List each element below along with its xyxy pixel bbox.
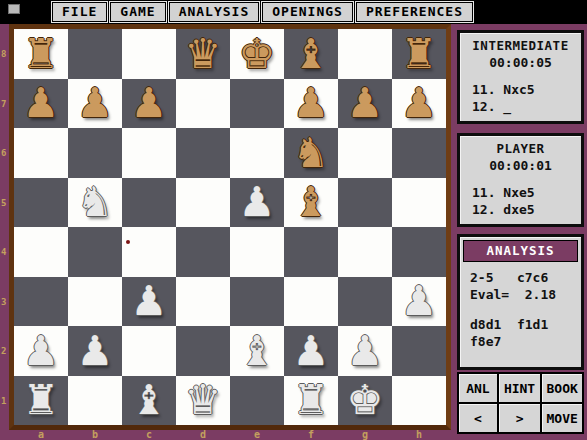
square-e4[interactable]	[230, 227, 284, 277]
rank-label-8: 8	[1, 49, 9, 59]
square-f4[interactable]	[284, 227, 338, 277]
square-a6[interactable]	[14, 128, 68, 178]
square-e1[interactable]	[230, 376, 284, 426]
analysis-line-1: Eval= 2.18	[470, 286, 581, 303]
hint-button[interactable]: HINT	[499, 374, 541, 402]
black-king-piece: ♚	[230, 29, 284, 79]
square-b3[interactable]	[68, 277, 122, 327]
file-label-e: e	[252, 429, 262, 440]
square-d8[interactable]: ♛	[176, 29, 230, 79]
rank-label-1: 1	[1, 396, 9, 406]
square-c3[interactable]: ♟	[122, 277, 176, 327]
board-frame: ♜♛♚♝♜♟♟♟♟♟♟♞♞♟♝♟♟♟♟♝♟♟♜♝♛♜♚	[9, 24, 451, 430]
black-bishop-piece: ♝	[284, 29, 338, 79]
white-pawn-piece: ♟	[230, 178, 284, 228]
player-move-0: 11. Nxe5	[472, 184, 581, 201]
player-move-1: 12. dxe5	[472, 201, 581, 218]
white-pawn-piece: ♟	[68, 326, 122, 376]
chess-board: ♜♛♚♝♜♟♟♟♟♟♟♞♞♟♝♟♟♟♟♝♟♟♜♝♛♜♚	[14, 29, 446, 425]
opponent-clock-panel: INTERMEDIATE 00:00:05 11. Nxc512. _	[457, 30, 584, 124]
square-h1[interactable]	[392, 376, 446, 426]
window-control-icon[interactable]	[8, 4, 20, 14]
next-move-button[interactable]: >	[499, 404, 541, 432]
square-e6[interactable]	[230, 128, 284, 178]
square-b4[interactable]	[68, 227, 122, 277]
square-f8[interactable]: ♝	[284, 29, 338, 79]
player-clock: 00:00:01	[460, 158, 581, 173]
black-pawn-piece: ♟	[14, 79, 68, 129]
square-c2[interactable]	[122, 326, 176, 376]
white-bishop-piece: ♝	[230, 326, 284, 376]
white-rook-piece: ♜	[14, 376, 68, 426]
opponent-move-1: 12. _	[472, 98, 581, 115]
white-pawn-piece: ♟	[284, 326, 338, 376]
square-a7[interactable]: ♟	[14, 79, 68, 129]
square-f5[interactable]: ♝	[284, 178, 338, 228]
analysis-line-0: 2-5 c7c6	[470, 269, 581, 286]
white-bishop-piece: ♝	[122, 376, 176, 426]
black-queen-piece: ♛	[176, 29, 230, 79]
square-d6[interactable]	[176, 128, 230, 178]
book-button[interactable]: BOOK	[542, 374, 582, 402]
black-pawn-piece: ♟	[122, 79, 176, 129]
analysis-panel: ANALYSIS 2-5 c7c6Eval= 2.18d8d1 f1d1f8e7	[457, 234, 584, 370]
analysis-lines: 2-5 c7c6Eval= 2.18d8d1 f1d1f8e7	[460, 262, 581, 350]
square-b7[interactable]: ♟	[68, 79, 122, 129]
square-a5[interactable]	[14, 178, 68, 228]
white-pawn-piece: ♟	[392, 277, 446, 327]
rank-label-7: 7	[1, 99, 9, 109]
square-c8[interactable]	[122, 29, 176, 79]
square-g8[interactable]	[338, 29, 392, 79]
black-bishop-piece: ♝	[284, 178, 338, 228]
move-button[interactable]: MOVE	[542, 404, 582, 432]
square-b5[interactable]: ♞	[68, 178, 122, 228]
square-d1[interactable]: ♛	[176, 376, 230, 426]
square-e2[interactable]: ♝	[230, 326, 284, 376]
square-h8[interactable]: ♜	[392, 29, 446, 79]
white-pawn-piece: ♟	[338, 326, 392, 376]
menu-item-file[interactable]: FILE	[52, 2, 107, 22]
black-rook-piece: ♜	[14, 29, 68, 79]
square-b6[interactable]	[68, 128, 122, 178]
square-h2[interactable]	[392, 326, 446, 376]
square-g7[interactable]: ♟	[338, 79, 392, 129]
square-e3[interactable]	[230, 277, 284, 327]
player-name: PLAYER	[460, 141, 581, 156]
square-g3[interactable]	[338, 277, 392, 327]
white-queen-piece: ♛	[176, 376, 230, 426]
square-c4[interactable]	[122, 227, 176, 277]
square-f2[interactable]: ♟	[284, 326, 338, 376]
player-clock-panel: PLAYER 00:00:01 11. Nxe512. dxe5	[457, 133, 584, 227]
square-a2[interactable]: ♟	[14, 326, 68, 376]
square-d2[interactable]	[176, 326, 230, 376]
square-c1[interactable]: ♝	[122, 376, 176, 426]
square-b2[interactable]: ♟	[68, 326, 122, 376]
file-label-b: b	[90, 429, 100, 440]
square-d5[interactable]	[176, 178, 230, 228]
rank-label-2: 2	[1, 346, 9, 356]
square-c7[interactable]: ♟	[122, 79, 176, 129]
square-a1[interactable]: ♜	[14, 376, 68, 426]
opponent-clock: 00:00:05	[460, 55, 581, 70]
square-g6[interactable]	[338, 128, 392, 178]
file-label-c: c	[144, 429, 154, 440]
opponent-name: INTERMEDIATE	[460, 38, 581, 53]
rank-label-5: 5	[1, 198, 9, 208]
analysis-line-3: f8e7	[470, 333, 581, 350]
square-c6[interactable]	[122, 128, 176, 178]
square-b8[interactable]	[68, 29, 122, 79]
square-h6[interactable]	[392, 128, 446, 178]
square-h7[interactable]: ♟	[392, 79, 446, 129]
square-a4[interactable]	[14, 227, 68, 277]
menu-item-analysis[interactable]: ANALYSIS	[169, 2, 260, 22]
menu-items: FILEGAMEANALYSISOPENINGSPREFERENCES	[52, 2, 473, 22]
square-e8[interactable]: ♚	[230, 29, 284, 79]
opponent-move-list: 11. Nxc512. _	[460, 81, 581, 115]
black-rook-piece: ♜	[392, 29, 446, 79]
square-g2[interactable]: ♟	[338, 326, 392, 376]
square-a3[interactable]	[14, 277, 68, 327]
square-c5[interactable]	[122, 178, 176, 228]
black-pawn-piece: ♟	[392, 79, 446, 129]
square-g5[interactable]	[338, 178, 392, 228]
cursor-dot	[126, 240, 130, 244]
square-a8[interactable]: ♜	[14, 29, 68, 79]
control-button-grid: ANL HINT BOOK < > MOVE	[457, 372, 584, 434]
square-f7[interactable]: ♟	[284, 79, 338, 129]
black-pawn-piece: ♟	[68, 79, 122, 129]
file-label-d: d	[198, 429, 208, 440]
anl-button[interactable]: ANL	[459, 374, 497, 402]
square-d7[interactable]	[176, 79, 230, 129]
opponent-move-0: 11. Nxc5	[472, 81, 581, 98]
menu-item-openings[interactable]: OPENINGS	[262, 2, 353, 22]
square-e5[interactable]: ♟	[230, 178, 284, 228]
file-label-h: h	[414, 429, 424, 440]
square-g1[interactable]: ♚	[338, 376, 392, 426]
square-h5[interactable]	[392, 178, 446, 228]
menu-item-game[interactable]: GAME	[110, 2, 165, 22]
black-pawn-piece: ♟	[338, 79, 392, 129]
square-d4[interactable]	[176, 227, 230, 277]
white-king-piece: ♚	[338, 376, 392, 426]
file-label-g: g	[360, 429, 370, 440]
square-g4[interactable]	[338, 227, 392, 277]
file-label-f: f	[306, 429, 316, 440]
white-pawn-piece: ♟	[14, 326, 68, 376]
rank-label-4: 4	[1, 247, 9, 257]
analysis-panel-title: ANALYSIS	[463, 240, 578, 262]
file-label-a: a	[36, 429, 46, 440]
menu-bar: FILEGAMEANALYSISOPENINGSPREFERENCES	[0, 0, 587, 24]
player-move-list: 11. Nxe512. dxe5	[460, 184, 581, 218]
white-pawn-piece: ♟	[122, 277, 176, 327]
black-knight-piece: ♞	[284, 128, 338, 178]
black-pawn-piece: ♟	[284, 79, 338, 129]
prev-move-button[interactable]: <	[459, 404, 497, 432]
square-b1[interactable]	[68, 376, 122, 426]
menu-item-preferences[interactable]: PREFERENCES	[356, 2, 473, 22]
white-knight-piece: ♞	[68, 178, 122, 228]
square-f6[interactable]: ♞	[284, 128, 338, 178]
white-rook-piece: ♜	[284, 376, 338, 426]
rank-label-3: 3	[1, 297, 9, 307]
square-d3[interactable]	[176, 277, 230, 327]
square-e7[interactable]	[230, 79, 284, 129]
rank-label-6: 6	[1, 148, 9, 158]
analysis-line-2: d8d1 f1d1	[470, 316, 581, 333]
square-h4[interactable]	[392, 227, 446, 277]
square-f3[interactable]	[284, 277, 338, 327]
chess-app-screen: FILEGAMEANALYSISOPENINGSPREFERENCES ♜♛♚♝…	[0, 0, 587, 440]
square-f1[interactable]: ♜	[284, 376, 338, 426]
square-h3[interactable]: ♟	[392, 277, 446, 327]
